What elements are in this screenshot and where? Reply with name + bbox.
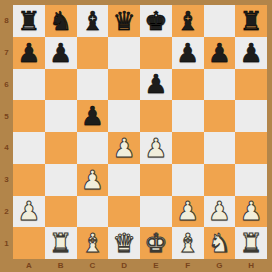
square-a6[interactable] — [13, 69, 45, 101]
white-pawn[interactable]: ♟ — [204, 196, 236, 228]
square-a3[interactable] — [13, 164, 45, 196]
white-knight[interactable]: ♞ — [204, 227, 236, 259]
rank-label-1: 1 — [0, 227, 13, 259]
black-rook[interactable]: ♜ — [235, 5, 267, 37]
black-rook[interactable]: ♜ — [13, 5, 45, 37]
square-f7[interactable]: ♟ — [172, 37, 204, 69]
black-bishop[interactable]: ♝ — [77, 5, 109, 37]
black-knight[interactable]: ♞ — [45, 5, 77, 37]
rank-label-8: 8 — [0, 5, 13, 37]
square-h3[interactable] — [235, 164, 267, 196]
black-pawn[interactable]: ♟ — [204, 37, 236, 69]
square-h2[interactable]: ♟ — [235, 196, 267, 228]
square-b4[interactable] — [45, 132, 77, 164]
square-c8[interactable]: ♝ — [77, 5, 109, 37]
square-e3[interactable] — [140, 164, 172, 196]
square-f4[interactable] — [172, 132, 204, 164]
rank-label-5: 5 — [0, 100, 13, 132]
white-pawn[interactable]: ♟ — [235, 196, 267, 228]
square-d8[interactable]: ♛ — [108, 5, 140, 37]
square-e1[interactable]: ♚ — [140, 227, 172, 259]
square-a8[interactable]: ♜ — [13, 5, 45, 37]
square-d7[interactable] — [108, 37, 140, 69]
square-a7[interactable]: ♟ — [13, 37, 45, 69]
square-h4[interactable] — [235, 132, 267, 164]
square-b2[interactable] — [45, 196, 77, 228]
square-g4[interactable] — [204, 132, 236, 164]
square-e5[interactable] — [140, 100, 172, 132]
rank-labels: 87654321 — [0, 5, 13, 259]
white-rook[interactable]: ♜ — [45, 227, 77, 259]
square-c3[interactable]: ♟ — [77, 164, 109, 196]
square-h7[interactable]: ♟ — [235, 37, 267, 69]
square-c7[interactable] — [77, 37, 109, 69]
white-king[interactable]: ♚ — [140, 227, 172, 259]
square-a5[interactable] — [13, 100, 45, 132]
chess-board-frame: 87654321 ABCDEFGH ♜♞♝♛♚♝♜♟♟♟♟♟♟♟♟♟♟♟♟♟♟♜… — [0, 0, 272, 272]
file-label-b: B — [45, 259, 77, 272]
black-pawn[interactable]: ♟ — [140, 69, 172, 101]
rank-label-4: 4 — [0, 132, 13, 164]
black-pawn[interactable]: ♟ — [13, 37, 45, 69]
square-g2[interactable]: ♟ — [204, 196, 236, 228]
white-rook[interactable]: ♜ — [235, 227, 267, 259]
file-label-c: C — [77, 259, 109, 272]
square-d4[interactable]: ♟ — [108, 132, 140, 164]
white-pawn[interactable]: ♟ — [13, 196, 45, 228]
square-g8[interactable] — [204, 5, 236, 37]
black-pawn[interactable]: ♟ — [77, 100, 109, 132]
square-g7[interactable]: ♟ — [204, 37, 236, 69]
square-f5[interactable] — [172, 100, 204, 132]
white-bishop[interactable]: ♝ — [77, 227, 109, 259]
square-b3[interactable] — [45, 164, 77, 196]
square-f3[interactable] — [172, 164, 204, 196]
square-f6[interactable] — [172, 69, 204, 101]
square-e4[interactable]: ♟ — [140, 132, 172, 164]
square-f8[interactable]: ♝ — [172, 5, 204, 37]
square-g5[interactable] — [204, 100, 236, 132]
white-pawn[interactable]: ♟ — [77, 164, 109, 196]
file-labels: ABCDEFGH — [13, 259, 267, 272]
file-label-f: F — [172, 259, 204, 272]
white-bishop[interactable]: ♝ — [172, 227, 204, 259]
square-e2[interactable] — [140, 196, 172, 228]
file-label-h: H — [235, 259, 267, 272]
rank-label-7: 7 — [0, 37, 13, 69]
rank-label-6: 6 — [0, 69, 13, 101]
black-pawn[interactable]: ♟ — [235, 37, 267, 69]
black-bishop[interactable]: ♝ — [172, 5, 204, 37]
square-b8[interactable]: ♞ — [45, 5, 77, 37]
file-label-g: G — [204, 259, 236, 272]
square-f1[interactable]: ♝ — [172, 227, 204, 259]
rank-label-2: 2 — [0, 196, 13, 228]
square-c2[interactable] — [77, 196, 109, 228]
file-label-e: E — [140, 259, 172, 272]
square-c4[interactable] — [77, 132, 109, 164]
square-d3[interactable] — [108, 164, 140, 196]
square-c5[interactable]: ♟ — [77, 100, 109, 132]
square-b6[interactable] — [45, 69, 77, 101]
black-king[interactable]: ♚ — [140, 5, 172, 37]
white-pawn[interactable]: ♟ — [172, 196, 204, 228]
black-queen[interactable]: ♛ — [108, 5, 140, 37]
white-pawn[interactable]: ♟ — [108, 132, 140, 164]
square-b7[interactable]: ♟ — [45, 37, 77, 69]
square-h5[interactable] — [235, 100, 267, 132]
square-a4[interactable] — [13, 132, 45, 164]
chess-board: ♜♞♝♛♚♝♜♟♟♟♟♟♟♟♟♟♟♟♟♟♟♜♝♛♚♝♞♜ — [13, 5, 267, 259]
white-queen[interactable]: ♛ — [108, 227, 140, 259]
square-d1[interactable]: ♛ — [108, 227, 140, 259]
square-b1[interactable]: ♜ — [45, 227, 77, 259]
square-c1[interactable]: ♝ — [77, 227, 109, 259]
square-h6[interactable] — [235, 69, 267, 101]
square-g3[interactable] — [204, 164, 236, 196]
square-h8[interactable]: ♜ — [235, 5, 267, 37]
square-f2[interactable]: ♟ — [172, 196, 204, 228]
square-a1[interactable] — [13, 227, 45, 259]
square-d2[interactable] — [108, 196, 140, 228]
square-h1[interactable]: ♜ — [235, 227, 267, 259]
rank-label-3: 3 — [0, 164, 13, 196]
square-c6[interactable] — [77, 69, 109, 101]
square-e7[interactable] — [140, 37, 172, 69]
square-d6[interactable] — [108, 69, 140, 101]
square-e8[interactable]: ♚ — [140, 5, 172, 37]
square-e6[interactable]: ♟ — [140, 69, 172, 101]
file-label-d: D — [108, 259, 140, 272]
file-label-a: A — [13, 259, 45, 272]
black-pawn[interactable]: ♟ — [45, 37, 77, 69]
white-pawn[interactable]: ♟ — [140, 132, 172, 164]
black-pawn[interactable]: ♟ — [172, 37, 204, 69]
square-g6[interactable] — [204, 69, 236, 101]
square-b5[interactable] — [45, 100, 77, 132]
square-g1[interactable]: ♞ — [204, 227, 236, 259]
square-a2[interactable]: ♟ — [13, 196, 45, 228]
square-d5[interactable] — [108, 100, 140, 132]
